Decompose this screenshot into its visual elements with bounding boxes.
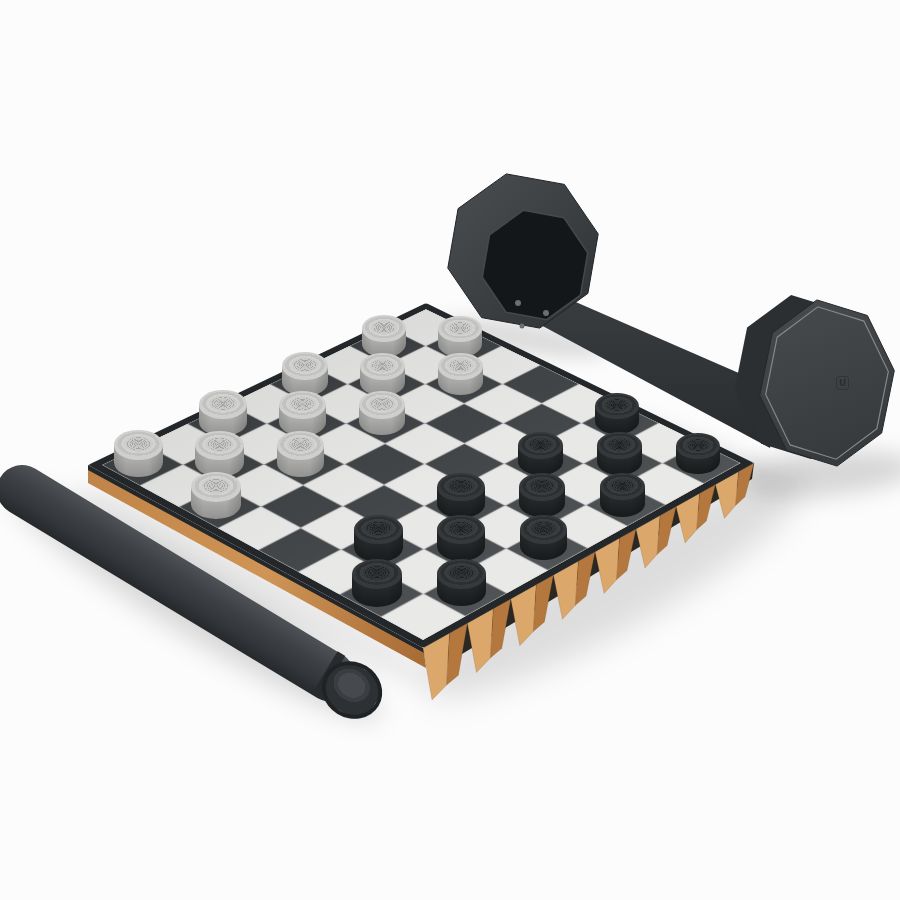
screw-hole [515, 300, 521, 306]
octagonal-case-assembly [0, 0, 900, 900]
screw-hole [520, 324, 525, 329]
umbra-logo: U [836, 376, 849, 390]
screw-hole [543, 310, 549, 316]
product-photo-scene: U [0, 0, 900, 900]
